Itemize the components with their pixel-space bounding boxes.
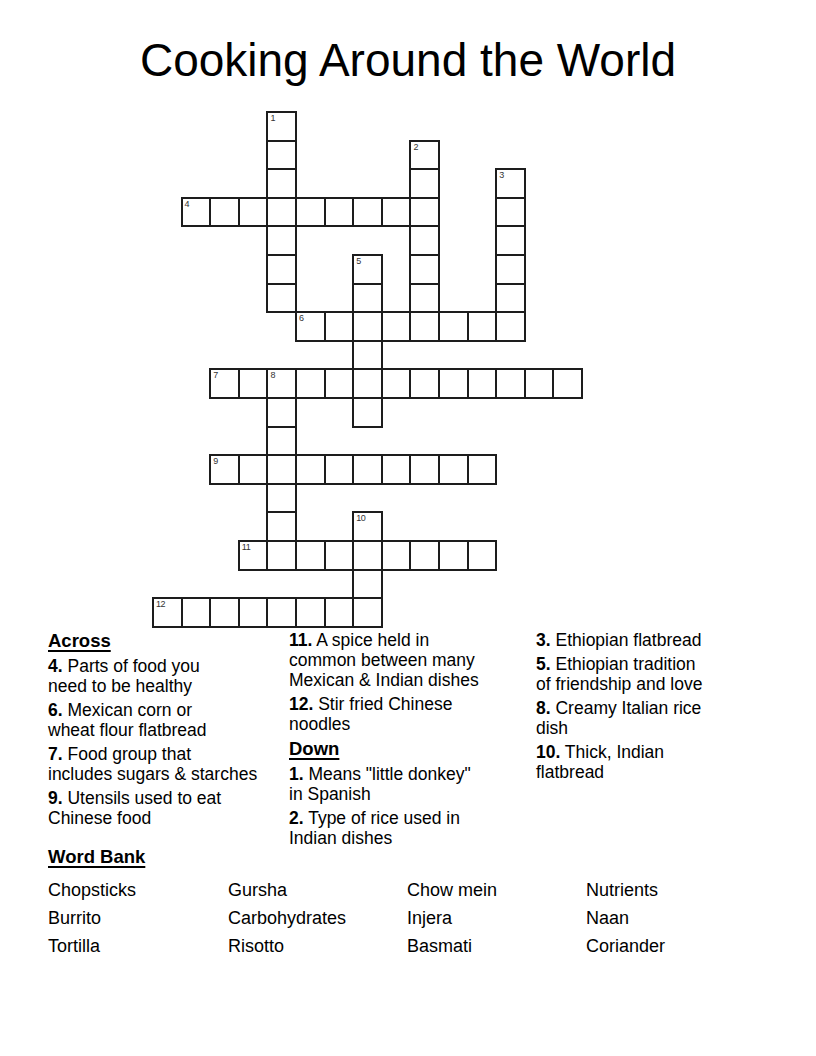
grid-cell[interactable] [352,368,383,399]
clue-number: 2 [413,142,418,152]
grid-cell[interactable] [409,454,440,485]
word-bank-column: GurshaCarbohydratesRisotto [228,876,346,960]
grid-cell[interactable] [266,197,297,228]
grid-cell[interactable]: 9 [209,454,240,485]
grid-cell[interactable] [266,483,297,514]
grid-cell[interactable] [238,368,269,399]
grid-cell[interactable] [467,540,498,571]
grid-cell[interactable] [495,197,526,228]
grid-cell[interactable] [381,540,412,571]
clue-text: Ethiopian flatbread [551,630,702,650]
grid-cell[interactable]: 8 [266,368,297,399]
grid-cell[interactable] [352,597,383,628]
clue-text: Mexican corn or wheat flour flatbread [48,700,207,740]
grid-cell[interactable] [381,197,412,228]
grid-cell[interactable] [352,397,383,428]
grid-cell[interactable] [409,311,440,342]
grid-cell[interactable] [295,597,326,628]
grid-cell[interactable] [409,540,440,571]
grid-cell[interactable]: 7 [209,368,240,399]
grid-cell[interactable] [266,254,297,285]
grid-cell[interactable] [495,368,526,399]
word-bank-heading: Word Bank [48,846,788,868]
grid-cell[interactable] [324,197,355,228]
grid-cell[interactable] [552,368,583,399]
grid-cell[interactable] [352,454,383,485]
word-bank-column: NutrientsNaanCoriander [586,876,665,960]
grid-cell[interactable] [266,283,297,314]
grid-cell[interactable] [495,225,526,256]
clue-label: 4. [48,656,63,676]
grid-cell[interactable] [438,368,469,399]
crossword-grid: 123456789101112 [152,111,583,628]
grid-cell[interactable] [209,597,240,628]
grid-cell[interactable] [381,454,412,485]
word-bank-column: ChopsticksBurritoTortilla [48,876,136,960]
grid-cell[interactable] [266,225,297,256]
grid-cell[interactable] [266,168,297,199]
clue-text: Stir fried Chinese noodles [289,694,452,734]
grid-cell[interactable]: 6 [295,311,326,342]
down-clue: 5. Ethiopian tradition of friendship and… [536,654,766,694]
word-bank-item: Basmati [407,932,497,960]
word-bank-section: Word Bank ChopsticksBurritoTortillaGursh… [48,846,788,976]
word-bank-item: Naan [586,904,665,932]
grid-cell[interactable] [352,540,383,571]
grid-cell[interactable] [266,426,297,457]
clue-text: Parts of food you need to be healthy [48,656,200,696]
grid-cell[interactable] [409,197,440,228]
clue-number: 4 [185,199,190,209]
grid-cell[interactable] [295,368,326,399]
word-bank-columns: ChopsticksBurritoTortillaGurshaCarbohydr… [48,876,788,966]
grid-cell[interactable] [409,283,440,314]
clue-label: 12. [289,694,313,714]
clue-label: 11. [289,630,312,650]
grid-cell[interactable] [295,540,326,571]
across-clue: 9. Utensils used to eat Chinese food [48,788,298,828]
grid-cell[interactable] [266,397,297,428]
clue-text: Ethiopian tradition of friendship and lo… [536,654,702,694]
grid-cell[interactable] [238,197,269,228]
grid-cell[interactable] [409,254,440,285]
across-heading: Across [48,630,298,652]
down-heading: Down [289,738,525,760]
clue-number: 11 [242,542,250,552]
clue-number: 3 [499,170,504,180]
word-bank-item: Chopsticks [48,876,136,904]
grid-cell[interactable] [324,540,355,571]
grid-cell[interactable] [238,597,269,628]
word-bank-item: Carbohydrates [228,904,346,932]
grid-cell[interactable] [295,454,326,485]
grid-cell[interactable] [352,283,383,314]
grid-cell[interactable] [467,311,498,342]
grid-cell[interactable]: 4 [181,197,212,228]
word-bank-item: Risotto [228,932,346,960]
grid-cell[interactable] [266,597,297,628]
clue-text: Means "little donkey" in Spanish [289,764,471,804]
across-clue: 6. Mexican corn or wheat flour flatbread [48,700,298,740]
clue-label: 7. [48,744,63,764]
grid-cell[interactable] [266,540,297,571]
word-bank-item: Chow mein [407,876,497,904]
word-bank-item: Burrito [48,904,136,932]
clue-label: 2. [289,808,304,828]
grid-cell[interactable] [324,454,355,485]
clue-number: 12 [156,599,165,609]
clue-label: 6. [48,700,63,720]
grid-cell[interactable] [266,511,297,542]
clue-column-middle: 11. A spice held in common between many … [289,630,525,852]
grid-cell[interactable] [352,340,383,371]
grid-cell[interactable]: 12 [152,597,183,628]
grid-cell[interactable] [381,311,412,342]
grid-cell[interactable] [324,368,355,399]
grid-cell[interactable] [524,368,555,399]
grid-cell[interactable] [295,197,326,228]
grid-cell[interactable] [352,311,383,342]
grid-cell[interactable]: 10 [352,511,383,542]
grid-cell[interactable] [438,454,469,485]
down-clue: 3. Ethiopian flatbread [536,630,766,650]
grid-cell[interactable] [324,311,355,342]
clue-text: Utensils used to eat Chinese food [48,788,221,828]
grid-cell[interactable]: 2 [409,140,440,171]
word-bank-item: Coriander [586,932,665,960]
word-bank-item: Tortilla [48,932,136,960]
grid-cell[interactable] [324,597,355,628]
grid-cell[interactable] [467,454,498,485]
clue-label: 1. [289,764,304,784]
grid-cell[interactable] [409,368,440,399]
clues-section: Across4. Parts of food you need to be he… [0,630,816,846]
clue-number: 10 [356,513,365,523]
grid-cell[interactable] [438,311,469,342]
clue-label: 10. [536,742,560,762]
clue-number: 9 [213,456,218,466]
grid-cell[interactable] [495,254,526,285]
clue-number: 7 [213,370,218,380]
down-clue: 10. Thick, Indian flatbread [536,742,766,782]
clue-text: Type of rice used in Indian dishes [289,808,460,848]
word-bank-item: Injera [407,904,497,932]
clue-text: A spice held in common between many Mexi… [289,630,479,690]
word-bank-item: Gursha [228,876,346,904]
across-clue: 11. A spice held in common between many … [289,630,525,690]
clue-label: 3. [536,630,551,650]
clue-number: 1 [270,113,275,123]
clue-column-left: Across4. Parts of food you need to be he… [48,630,298,832]
clue-number: 5 [356,256,361,266]
word-bank-item: Nutrients [586,876,665,904]
page-title: Cooking Around the World [0,32,816,88]
grid-cell[interactable]: 11 [238,540,269,571]
grid-cell[interactable] [181,597,212,628]
down-clue: 1. Means "little donkey" in Spanish [289,764,525,804]
clue-label: 8. [536,698,551,718]
across-clue: 4. Parts of food you need to be healthy [48,656,298,696]
clue-text: Food group that includes sugars & starch… [48,744,257,784]
clue-text: Creamy Italian rice dish [536,698,701,738]
across-clue: 12. Stir fried Chinese noodles [289,694,525,734]
across-clue: 7. Food group that includes sugars & sta… [48,744,298,784]
grid-cell[interactable]: 5 [352,254,383,285]
grid-cell[interactable] [409,168,440,199]
grid-cell[interactable] [238,454,269,485]
clue-label: 9. [48,788,63,808]
grid-cell[interactable] [409,225,440,256]
grid-cell[interactable] [495,283,526,314]
grid-cell[interactable] [438,540,469,571]
word-bank-column: Chow meinInjeraBasmati [407,876,497,960]
grid-cell[interactable] [209,197,240,228]
grid-cell[interactable] [352,569,383,600]
clue-column-right: 3. Ethiopian flatbread5. Ethiopian tradi… [536,630,766,786]
down-clue: 2. Type of rice used in Indian dishes [289,808,525,848]
grid-cell[interactable] [495,311,526,342]
grid-cell[interactable] [266,454,297,485]
grid-cell[interactable] [381,368,412,399]
grid-cell[interactable]: 1 [266,111,297,142]
grid-cell[interactable] [352,197,383,228]
down-clue: 8. Creamy Italian rice dish [536,698,766,738]
grid-cell[interactable] [467,368,498,399]
grid-cell[interactable]: 3 [495,168,526,199]
grid-cell[interactable] [266,140,297,171]
worksheet-page: Cooking Around the World 123456789101112… [0,0,816,1056]
clue-number: 6 [299,313,304,323]
clue-label: 5. [536,654,551,674]
clue-number: 8 [270,370,275,380]
